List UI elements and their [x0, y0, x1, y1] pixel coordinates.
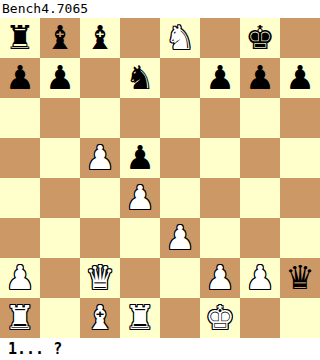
piece-white-queen: ♛: [85, 258, 115, 298]
piece-black-pawn: ♟: [285, 58, 315, 98]
piece-white-pawn: ♟: [245, 258, 275, 298]
piece-white-king: ♚: [205, 298, 235, 338]
square-e5[interactable]: [160, 138, 200, 178]
square-h5[interactable]: [280, 138, 320, 178]
square-g1[interactable]: [240, 298, 280, 338]
piece-black-pawn: ♟: [205, 58, 235, 98]
square-f7[interactable]: ♟: [200, 58, 240, 98]
square-a8[interactable]: ♜: [0, 18, 40, 58]
square-h2[interactable]: ♛: [280, 258, 320, 298]
piece-black-king: ♚: [245, 18, 275, 58]
square-c8[interactable]: ♝: [80, 18, 120, 58]
square-f6[interactable]: [200, 98, 240, 138]
square-a6[interactable]: [0, 98, 40, 138]
piece-black-knight: ♞: [125, 58, 155, 98]
square-b7[interactable]: ♟: [40, 58, 80, 98]
piece-black-pawn: ♟: [45, 58, 75, 98]
square-d8[interactable]: [120, 18, 160, 58]
square-h1[interactable]: [280, 298, 320, 338]
square-d5[interactable]: ♟: [120, 138, 160, 178]
square-d3[interactable]: [120, 218, 160, 258]
square-f1[interactable]: ♚: [200, 298, 240, 338]
square-h8[interactable]: [280, 18, 320, 58]
square-g8[interactable]: ♚: [240, 18, 280, 58]
piece-black-rook: ♜: [5, 18, 35, 58]
square-h4[interactable]: [280, 178, 320, 218]
piece-white-bishop: ♝: [85, 298, 115, 338]
piece-black-queen: ♛: [285, 258, 315, 298]
square-c7[interactable]: [80, 58, 120, 98]
square-f5[interactable]: [200, 138, 240, 178]
piece-white-pawn: ♟: [165, 218, 195, 258]
square-g7[interactable]: ♟: [240, 58, 280, 98]
square-h7[interactable]: ♟: [280, 58, 320, 98]
square-b8[interactable]: ♝: [40, 18, 80, 58]
piece-black-bishop: ♝: [85, 18, 115, 58]
square-h6[interactable]: [280, 98, 320, 138]
square-a3[interactable]: [0, 218, 40, 258]
square-b3[interactable]: [40, 218, 80, 258]
chess-board: ♜♝♝♞♚♟♟♞♟♟♟♟♟♟♟♟♛♟♟♛♜♝♜♚: [0, 18, 320, 338]
square-e6[interactable]: [160, 98, 200, 138]
square-f8[interactable]: [200, 18, 240, 58]
square-d1[interactable]: ♜: [120, 298, 160, 338]
piece-white-rook: ♜: [125, 298, 155, 338]
piece-white-pawn: ♟: [125, 178, 155, 218]
square-b5[interactable]: [40, 138, 80, 178]
square-e2[interactable]: [160, 258, 200, 298]
piece-black-pawn: ♟: [245, 58, 275, 98]
square-g4[interactable]: [240, 178, 280, 218]
square-c4[interactable]: [80, 178, 120, 218]
square-g3[interactable]: [240, 218, 280, 258]
move-prompt: 1... ?: [0, 338, 320, 360]
square-e3[interactable]: ♟: [160, 218, 200, 258]
piece-white-pawn: ♟: [5, 258, 35, 298]
square-e7[interactable]: [160, 58, 200, 98]
square-a7[interactable]: ♟: [0, 58, 40, 98]
square-c6[interactable]: [80, 98, 120, 138]
square-f4[interactable]: [200, 178, 240, 218]
position-title: Bench4.7065: [0, 0, 320, 18]
piece-white-knight: ♞: [165, 18, 195, 58]
square-c3[interactable]: [80, 218, 120, 258]
square-d7[interactable]: ♞: [120, 58, 160, 98]
square-d4[interactable]: ♟: [120, 178, 160, 218]
square-e8[interactable]: ♞: [160, 18, 200, 58]
square-b6[interactable]: [40, 98, 80, 138]
square-g5[interactable]: [240, 138, 280, 178]
square-a1[interactable]: ♜: [0, 298, 40, 338]
square-c1[interactable]: ♝: [80, 298, 120, 338]
square-e4[interactable]: [160, 178, 200, 218]
square-g2[interactable]: ♟: [240, 258, 280, 298]
square-a5[interactable]: [0, 138, 40, 178]
square-c2[interactable]: ♛: [80, 258, 120, 298]
square-f3[interactable]: [200, 218, 240, 258]
piece-white-pawn: ♟: [205, 258, 235, 298]
piece-black-pawn: ♟: [5, 58, 35, 98]
square-d2[interactable]: [120, 258, 160, 298]
square-h3[interactable]: [280, 218, 320, 258]
piece-black-pawn: ♟: [125, 138, 155, 178]
square-a2[interactable]: ♟: [0, 258, 40, 298]
square-f2[interactable]: ♟: [200, 258, 240, 298]
square-e1[interactable]: [160, 298, 200, 338]
square-c5[interactable]: ♟: [80, 138, 120, 178]
piece-black-bishop: ♝: [45, 18, 75, 58]
piece-white-rook: ♜: [5, 298, 35, 338]
square-b2[interactable]: [40, 258, 80, 298]
square-d6[interactable]: [120, 98, 160, 138]
square-b4[interactable]: [40, 178, 80, 218]
chess-app-window: Bench4.7065 ♜♝♝♞♚♟♟♞♟♟♟♟♟♟♟♟♛♟♟♛♜♝♜♚ 1..…: [0, 0, 320, 360]
square-b1[interactable]: [40, 298, 80, 338]
square-a4[interactable]: [0, 178, 40, 218]
square-g6[interactable]: [240, 98, 280, 138]
piece-white-pawn: ♟: [85, 138, 115, 178]
